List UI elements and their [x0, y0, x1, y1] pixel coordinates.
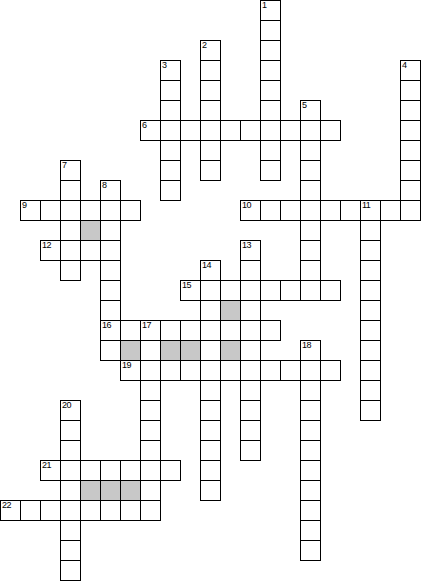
clue-number-20: 20 [62, 401, 71, 410]
grid-cell-c18-r18[interactable] [360, 360, 381, 381]
grid-cell-c16-r14[interactable] [320, 280, 341, 301]
grid-cell-c7-r19[interactable] [140, 380, 161, 401]
grid-cell-c13-r18[interactable] [260, 360, 281, 381]
clue-number-7: 7 [62, 161, 67, 170]
grid-cell-c10-r22[interactable] [200, 440, 221, 461]
grid-cell-c15-r19[interactable] [300, 380, 321, 401]
grid-cell-c9-r16[interactable] [180, 320, 201, 341]
grid-cell-c3-r13[interactable] [60, 260, 81, 281]
grid-cell-c2-r10[interactable] [40, 200, 61, 221]
grid-cell-c10-r19[interactable] [200, 380, 221, 401]
grid-cell-c15-r12[interactable] [300, 240, 321, 261]
grid-cell-c20-r5[interactable] [400, 100, 421, 121]
grid-cell-c4-r12[interactable] [80, 240, 101, 261]
clue-number-3: 3 [162, 61, 167, 70]
grid-cell-c13-r14[interactable] [260, 280, 281, 301]
shaded-cell-c5-r24[interactable] [100, 480, 121, 501]
grid-cell-c20-r7[interactable] [400, 140, 421, 161]
grid-cell-c8-r18[interactable] [160, 360, 181, 381]
grid-cell-c10-r13[interactable]: 14 [200, 260, 221, 281]
grid-cell-c18-r17[interactable] [360, 340, 381, 361]
grid-cell-c7-r6[interactable]: 6 [140, 120, 161, 141]
grid-cell-c7-r21[interactable] [140, 420, 161, 441]
grid-cell-c7-r23[interactable] [140, 460, 161, 481]
grid-cell-c10-r23[interactable] [200, 460, 221, 481]
grid-cell-c10-r21[interactable] [200, 420, 221, 441]
clue-number-1: 1 [262, 1, 267, 10]
grid-cell-c14-r6[interactable] [280, 120, 301, 141]
clue-number-16: 16 [102, 321, 111, 330]
grid-cell-c18-r14[interactable] [360, 280, 381, 301]
shaded-cell-c8-r17[interactable] [160, 340, 181, 361]
crossword-board: 12345678910111213141516171819202122 [0, 0, 421, 581]
grid-cell-c7-r18[interactable] [140, 360, 161, 381]
grid-cell-c9-r14[interactable]: 15 [180, 280, 201, 301]
grid-cell-c15-r10[interactable] [300, 200, 321, 221]
grid-cell-c10-r7[interactable] [200, 140, 221, 161]
grid-cell-c3-r12[interactable] [60, 240, 81, 261]
grid-cell-c5-r13[interactable] [100, 260, 121, 281]
grid-cell-c7-r20[interactable] [140, 400, 161, 421]
grid-cell-c16-r18[interactable] [320, 360, 341, 381]
grid-cell-c8-r7[interactable] [160, 140, 181, 161]
grid-cell-c6-r23[interactable] [120, 460, 141, 481]
clue-number-19: 19 [122, 361, 131, 370]
grid-cell-c15-r22[interactable] [300, 440, 321, 461]
grid-cell-c15-r23[interactable] [300, 460, 321, 481]
grid-cell-c15-r21[interactable] [300, 420, 321, 441]
grid-cell-c9-r6[interactable] [180, 120, 201, 141]
grid-cell-c3-r21[interactable] [60, 420, 81, 441]
grid-cell-c18-r19[interactable] [360, 380, 381, 401]
grid-cell-c13-r6[interactable] [260, 120, 281, 141]
grid-cell-c3-r24[interactable] [60, 480, 81, 501]
clue-number-17: 17 [142, 321, 151, 330]
grid-cell-c15-r13[interactable] [300, 260, 321, 281]
shaded-cell-c4-r24[interactable] [80, 480, 101, 501]
grid-cell-c15-r5[interactable]: 5 [300, 100, 321, 121]
clue-number-18: 18 [302, 341, 311, 350]
grid-cell-c20-r3[interactable]: 4 [400, 60, 421, 81]
grid-cell-c6-r18[interactable]: 19 [120, 360, 141, 381]
clue-number-2: 2 [202, 41, 207, 50]
grid-cell-c5-r15[interactable] [100, 300, 121, 321]
clue-number-6: 6 [142, 121, 147, 130]
grid-cell-c15-r9[interactable] [300, 180, 321, 201]
grid-cell-c10-r18[interactable] [200, 360, 221, 381]
grid-cell-c8-r5[interactable] [160, 100, 181, 121]
clue-number-15: 15 [182, 281, 191, 290]
clue-number-13: 13 [242, 241, 251, 250]
clue-number-12: 12 [42, 241, 51, 250]
grid-cell-c13-r16[interactable] [260, 320, 281, 341]
grid-cell-c13-r4[interactable] [260, 80, 281, 101]
grid-cell-c12-r13[interactable] [240, 260, 261, 281]
grid-cell-c20-r9[interactable] [400, 180, 421, 201]
grid-cell-c18-r10[interactable]: 11 [360, 200, 381, 221]
grid-cell-c20-r10[interactable] [400, 200, 421, 221]
grid-cell-c13-r5[interactable] [260, 100, 281, 121]
grid-cell-c10-r8[interactable] [200, 160, 221, 181]
grid-cell-c18-r13[interactable] [360, 260, 381, 281]
grid-cell-c19-r10[interactable] [380, 200, 401, 221]
grid-cell-c10-r3[interactable] [200, 60, 221, 81]
grid-cell-c5-r12[interactable] [100, 240, 121, 261]
grid-cell-c5-r23[interactable] [100, 460, 121, 481]
grid-cell-c12-r22[interactable] [240, 440, 261, 461]
grid-cell-c2-r12[interactable]: 12 [40, 240, 61, 261]
grid-cell-c15-r17[interactable]: 18 [300, 340, 321, 361]
grid-cell-c0-r25[interactable]: 22 [0, 500, 21, 521]
clue-number-10: 10 [242, 201, 251, 210]
grid-cell-c3-r20[interactable]: 20 [60, 400, 81, 421]
grid-cell-c5-r25[interactable] [100, 500, 121, 521]
clue-number-14: 14 [202, 261, 211, 270]
shaded-cell-c6-r24[interactable] [120, 480, 141, 501]
grid-cell-c15-r18[interactable] [300, 360, 321, 381]
grid-cell-c12-r20[interactable] [240, 400, 261, 421]
grid-cell-c10-r2[interactable]: 2 [200, 40, 221, 61]
grid-cell-c16-r6[interactable] [320, 120, 341, 141]
grid-cell-c2-r25[interactable] [40, 500, 61, 521]
grid-cell-c8-r6[interactable] [160, 120, 181, 141]
shaded-cell-c11-r15[interactable] [220, 300, 241, 321]
grid-cell-c7-r17[interactable] [140, 340, 161, 361]
grid-cell-c18-r12[interactable] [360, 240, 381, 261]
grid-cell-c8-r8[interactable] [160, 160, 181, 181]
grid-cell-c5-r14[interactable] [100, 280, 121, 301]
grid-cell-c8-r4[interactable] [160, 80, 181, 101]
grid-cell-c8-r3[interactable]: 3 [160, 60, 181, 81]
grid-cell-c15-r27[interactable] [300, 540, 321, 561]
grid-cell-c10-r24[interactable] [200, 480, 221, 501]
grid-cell-c10-r14[interactable] [200, 280, 221, 301]
grid-cell-c9-r18[interactable] [180, 360, 201, 381]
grid-cell-c5-r9[interactable]: 8 [100, 180, 121, 201]
grid-cell-c3-r9[interactable] [60, 180, 81, 201]
clue-number-11: 11 [362, 201, 370, 210]
clue-number-21: 21 [42, 461, 51, 470]
grid-cell-c10-r16[interactable] [200, 320, 221, 341]
grid-cell-c6-r25[interactable] [120, 500, 141, 521]
grid-cell-c12-r12[interactable]: 13 [240, 240, 261, 261]
grid-cell-c3-r23[interactable] [60, 460, 81, 481]
grid-cell-c10-r6[interactable] [200, 120, 221, 141]
grid-cell-c4-r23[interactable] [80, 460, 101, 481]
grid-cell-c16-r10[interactable] [320, 200, 341, 221]
grid-cell-c12-r18[interactable] [240, 360, 261, 381]
grid-cell-c15-r20[interactable] [300, 400, 321, 421]
grid-cell-c6-r16[interactable] [120, 320, 141, 341]
grid-cell-c13-r2[interactable] [260, 40, 281, 61]
grid-cell-c14-r14[interactable] [280, 280, 301, 301]
grid-cell-c15-r25[interactable] [300, 500, 321, 521]
grid-cell-c8-r9[interactable] [160, 180, 181, 201]
grid-cell-c3-r27[interactable] [60, 540, 81, 561]
grid-cell-c11-r14[interactable] [220, 280, 241, 301]
grid-cell-c12-r21[interactable] [240, 420, 261, 441]
grid-cell-c13-r10[interactable] [260, 200, 281, 221]
grid-cell-c3-r11[interactable] [60, 220, 81, 241]
shaded-cell-c9-r17[interactable] [180, 340, 201, 361]
grid-cell-c4-r10[interactable] [80, 200, 101, 221]
grid-cell-c10-r4[interactable] [200, 80, 221, 101]
grid-cell-c15-r6[interactable] [300, 120, 321, 141]
grid-cell-c4-r25[interactable] [80, 500, 101, 521]
grid-cell-c3-r28[interactable] [60, 560, 81, 581]
clue-number-4: 4 [402, 61, 407, 70]
grid-cell-c10-r5[interactable] [200, 100, 221, 121]
grid-cell-c13-r0[interactable]: 1 [260, 0, 281, 21]
grid-cell-c12-r6[interactable] [240, 120, 261, 141]
grid-cell-c15-r8[interactable] [300, 160, 321, 181]
grid-cell-c6-r10[interactable] [120, 200, 141, 221]
grid-cell-c13-r3[interactable] [260, 60, 281, 81]
grid-cell-c8-r16[interactable] [160, 320, 181, 341]
grid-cell-c7-r25[interactable] [140, 500, 161, 521]
shaded-cell-c6-r17[interactable] [120, 340, 141, 361]
grid-cell-c13-r1[interactable] [260, 20, 281, 41]
grid-cell-c18-r15[interactable] [360, 300, 381, 321]
grid-cell-c14-r18[interactable] [280, 360, 301, 381]
grid-cell-c5-r17[interactable] [100, 340, 121, 361]
grid-cell-c11-r18[interactable] [220, 360, 241, 381]
grid-cell-c15-r26[interactable] [300, 520, 321, 541]
grid-cell-c18-r20[interactable] [360, 400, 381, 421]
grid-cell-c3-r25[interactable] [60, 500, 81, 521]
shaded-cell-c11-r17[interactable] [220, 340, 241, 361]
grid-cell-c15-r24[interactable] [300, 480, 321, 501]
grid-cell-c7-r24[interactable] [140, 480, 161, 501]
grid-cell-c18-r11[interactable] [360, 220, 381, 241]
grid-cell-c10-r15[interactable] [200, 300, 221, 321]
grid-cell-c12-r16[interactable] [240, 320, 261, 341]
grid-cell-c20-r4[interactable] [400, 80, 421, 101]
grid-cell-c13-r7[interactable] [260, 140, 281, 161]
clue-number-9: 9 [22, 201, 27, 210]
grid-cell-c5-r16[interactable]: 16 [100, 320, 121, 341]
grid-cell-c20-r8[interactable] [400, 160, 421, 181]
grid-cell-c2-r23[interactable]: 21 [40, 460, 61, 481]
grid-cell-c3-r10[interactable] [60, 200, 81, 221]
grid-cell-c12-r19[interactable] [240, 380, 261, 401]
grid-cell-c17-r10[interactable] [340, 200, 361, 221]
grid-cell-c8-r23[interactable] [160, 460, 181, 481]
grid-cell-c12-r10[interactable]: 10 [240, 200, 261, 221]
grid-cell-c1-r25[interactable] [20, 500, 41, 521]
grid-cell-c20-r6[interactable] [400, 120, 421, 141]
grid-cell-c15-r7[interactable] [300, 140, 321, 161]
grid-cell-c15-r11[interactable] [300, 220, 321, 241]
grid-cell-c1-r10[interactable]: 9 [20, 200, 41, 221]
grid-cell-c14-r10[interactable] [280, 200, 301, 221]
grid-cell-c18-r16[interactable] [360, 320, 381, 341]
grid-cell-c7-r16[interactable]: 17 [140, 320, 161, 341]
grid-cell-c12-r17[interactable] [240, 340, 261, 361]
grid-cell-c5-r11[interactable] [100, 220, 121, 241]
grid-cell-c11-r6[interactable] [220, 120, 241, 141]
grid-cell-c3-r26[interactable] [60, 520, 81, 541]
grid-cell-c12-r15[interactable] [240, 300, 261, 321]
grid-cell-c10-r17[interactable] [200, 340, 221, 361]
grid-cell-c3-r8[interactable]: 7 [60, 160, 81, 181]
grid-cell-c7-r22[interactable] [140, 440, 161, 461]
clue-number-8: 8 [102, 181, 107, 190]
grid-cell-c5-r10[interactable] [100, 200, 121, 221]
grid-cell-c3-r22[interactable] [60, 440, 81, 461]
shaded-cell-c4-r11[interactable] [80, 220, 101, 241]
grid-cell-c10-r20[interactable] [200, 400, 221, 421]
grid-cell-c11-r16[interactable] [220, 320, 241, 341]
clue-number-22: 22 [2, 501, 11, 510]
grid-cell-c12-r14[interactable] [240, 280, 261, 301]
grid-cell-c13-r8[interactable] [260, 160, 281, 181]
grid-cell-c15-r14[interactable] [300, 280, 321, 301]
clue-number-5: 5 [302, 101, 307, 110]
